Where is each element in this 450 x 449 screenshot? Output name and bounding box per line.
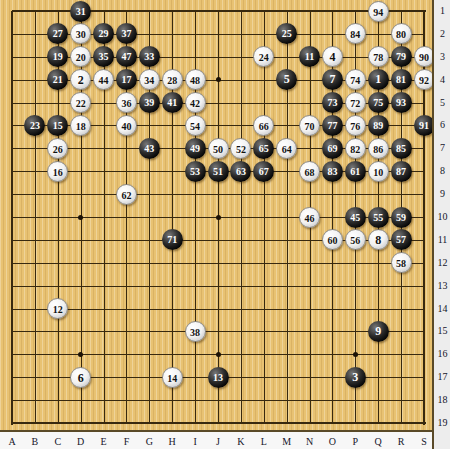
grid-line (12, 331, 425, 332)
row-label-5: 5 (435, 97, 450, 108)
col-label-G: G (142, 436, 156, 447)
col-label-O: O (325, 436, 339, 447)
hoshi-point (78, 352, 83, 357)
stone-white-24: 24 (253, 46, 274, 67)
stone-white-48: 48 (185, 69, 206, 90)
row-label-11: 11 (435, 234, 450, 245)
col-label-D: D (74, 436, 88, 447)
stone-black-25: 25 (276, 23, 297, 44)
stone-black-89: 89 (368, 115, 389, 136)
row-label-1: 1 (435, 5, 450, 16)
col-label-H: H (165, 436, 179, 447)
stone-black-75: 75 (368, 92, 389, 113)
row-label-2: 2 (435, 28, 450, 39)
hoshi-point (78, 215, 83, 220)
stone-white-60: 60 (322, 229, 343, 250)
hoshi-point (216, 352, 221, 357)
col-label-K: K (234, 436, 248, 447)
stone-black-71: 71 (162, 229, 183, 250)
stone-black-13: 13 (208, 367, 229, 388)
stone-white-38: 38 (185, 321, 206, 342)
stone-black-15: 15 (47, 115, 68, 136)
stone-white-56: 56 (345, 229, 366, 250)
row-label-15: 15 (435, 325, 450, 336)
stone-black-7: 7 (322, 69, 343, 90)
stone-white-16: 16 (47, 161, 68, 182)
stone-white-54: 54 (185, 115, 206, 136)
stone-white-26: 26 (47, 138, 68, 159)
hoshi-point (353, 352, 358, 357)
stone-white-74: 74 (345, 69, 366, 90)
row-label-3: 3 (435, 51, 450, 62)
row-label-17: 17 (435, 371, 450, 382)
stone-white-20: 20 (70, 46, 91, 67)
stone-white-62: 62 (116, 184, 137, 205)
col-label-S: S (417, 436, 431, 447)
stone-black-31: 31 (70, 1, 91, 22)
stone-white-8: 8 (368, 229, 389, 250)
grid-line (241, 11, 242, 424)
grid-line (12, 263, 425, 264)
stone-black-63: 63 (230, 161, 251, 182)
stone-white-4: 4 (322, 46, 343, 67)
column-labels-strip: ABCDEFGHIJKLMNOPQRS (0, 430, 432, 449)
row-labels-strip: 12345678910111213141516171819 (432, 0, 450, 449)
stone-black-65: 65 (253, 138, 274, 159)
row-label-12: 12 (435, 257, 450, 268)
stone-white-72: 72 (345, 92, 366, 113)
stone-white-86: 86 (368, 138, 389, 159)
grid-line (12, 400, 425, 401)
row-label-4: 4 (435, 74, 450, 85)
stone-white-40: 40 (116, 115, 137, 136)
hoshi-point (216, 77, 221, 82)
col-label-J: J (211, 436, 225, 447)
stone-black-29: 29 (93, 23, 114, 44)
row-label-6: 6 (435, 119, 450, 130)
stone-black-67: 67 (253, 161, 274, 182)
stone-black-19: 19 (47, 46, 68, 67)
stone-black-37: 37 (116, 23, 137, 44)
row-label-18: 18 (435, 394, 450, 405)
col-label-Q: Q (371, 436, 385, 447)
row-label-8: 8 (435, 165, 450, 176)
col-label-P: P (348, 436, 362, 447)
stone-white-64: 64 (276, 138, 297, 159)
stone-white-22: 22 (70, 92, 91, 113)
stone-black-27: 27 (47, 23, 68, 44)
stone-white-70: 70 (299, 115, 320, 136)
grid-line (12, 422, 426, 424)
stone-white-36: 36 (116, 92, 137, 113)
stone-white-28: 28 (162, 69, 183, 90)
col-label-B: B (28, 436, 42, 447)
stone-white-52: 52 (230, 138, 251, 159)
row-label-14: 14 (435, 303, 450, 314)
stone-black-3: 3 (345, 367, 366, 388)
row-label-9: 9 (435, 188, 450, 199)
col-label-N: N (303, 436, 317, 447)
stone-black-61: 61 (345, 161, 366, 182)
row-label-7: 7 (435, 142, 450, 153)
stone-white-80: 80 (391, 23, 412, 44)
stone-black-5: 5 (276, 69, 297, 90)
col-label-F: F (119, 436, 133, 447)
stone-black-1: 1 (368, 69, 389, 90)
grid-line (12, 309, 425, 310)
stone-black-43: 43 (139, 138, 160, 159)
stone-white-34: 34 (139, 69, 160, 90)
stone-white-14: 14 (162, 367, 183, 388)
stone-black-51: 51 (208, 161, 229, 182)
stone-black-35: 35 (93, 46, 114, 67)
stone-black-73: 73 (322, 92, 343, 113)
stone-white-68: 68 (299, 161, 320, 182)
stone-white-44: 44 (93, 69, 114, 90)
stone-white-76: 76 (345, 115, 366, 136)
stone-black-69: 69 (322, 138, 343, 159)
stone-black-17: 17 (116, 69, 137, 90)
grid-line (264, 11, 265, 424)
stone-black-83: 83 (322, 161, 343, 182)
stone-black-79: 79 (391, 46, 412, 67)
row-label-10: 10 (435, 211, 450, 222)
col-label-L: L (257, 436, 271, 447)
stone-white-46: 46 (299, 207, 320, 228)
stone-white-78: 78 (368, 46, 389, 67)
stone-white-6: 6 (70, 367, 91, 388)
col-label-E: E (97, 436, 111, 447)
stone-black-81: 81 (391, 69, 412, 90)
col-label-I: I (188, 436, 202, 447)
board[interactable]: 1234567891011121314151617181920212223242… (0, 0, 432, 430)
stone-black-21: 21 (47, 69, 68, 90)
stone-white-66: 66 (253, 115, 274, 136)
stone-white-2: 2 (70, 69, 91, 90)
stone-black-93: 93 (391, 92, 412, 113)
go-diagram: 1234567891011121314151617181920212223242… (0, 0, 450, 449)
stone-black-55: 55 (368, 207, 389, 228)
stone-white-10: 10 (368, 161, 389, 182)
stone-black-59: 59 (391, 207, 412, 228)
stone-black-49: 49 (185, 138, 206, 159)
stone-black-45: 45 (345, 207, 366, 228)
stone-black-11: 11 (299, 46, 320, 67)
stone-black-47: 47 (116, 46, 137, 67)
stone-white-18: 18 (70, 115, 91, 136)
stone-black-41: 41 (162, 92, 183, 113)
stone-black-53: 53 (185, 161, 206, 182)
stone-black-85: 85 (391, 138, 412, 159)
stone-black-57: 57 (391, 229, 412, 250)
stone-white-30: 30 (70, 23, 91, 44)
stone-white-58: 58 (391, 252, 412, 273)
stone-white-50: 50 (208, 138, 229, 159)
stone-black-33: 33 (139, 46, 160, 67)
stone-white-84: 84 (345, 23, 366, 44)
stone-white-42: 42 (185, 92, 206, 113)
stone-white-12: 12 (47, 298, 68, 319)
col-label-C: C (51, 436, 65, 447)
row-label-16: 16 (435, 348, 450, 359)
grid-line (12, 286, 425, 287)
col-label-M: M (280, 436, 294, 447)
grid-line (11, 11, 13, 425)
col-label-R: R (394, 436, 408, 447)
col-label-A: A (5, 436, 19, 447)
row-label-13: 13 (435, 280, 450, 291)
stone-white-82: 82 (345, 138, 366, 159)
stone-black-39: 39 (139, 92, 160, 113)
stone-black-9: 9 (368, 321, 389, 342)
row-label-19: 19 (435, 417, 450, 428)
stone-black-87: 87 (391, 161, 412, 182)
hoshi-point (216, 215, 221, 220)
stone-black-77: 77 (322, 115, 343, 136)
stone-white-94: 94 (368, 1, 389, 22)
stone-black-23: 23 (24, 115, 45, 136)
